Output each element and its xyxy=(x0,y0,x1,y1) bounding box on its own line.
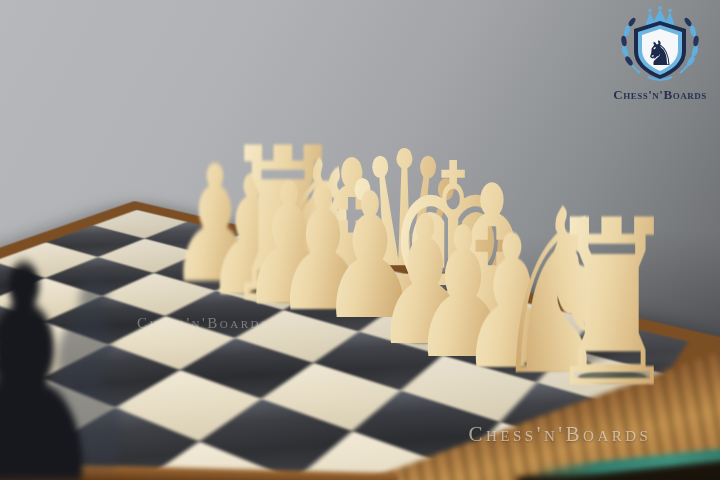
knight-icon: ♞ xyxy=(645,33,675,73)
product-photo-scene: ♜♞♝♛♚♝♞♜♟♟♟♟♟♟♟♟♟♟ Chess'n'Boards Chess'… xyxy=(0,0,720,480)
brand-name: Chess'n'Boards xyxy=(613,87,706,103)
brand-crest: ♞ xyxy=(610,6,710,86)
brand-logo: ♞ Chess'n'Boards xyxy=(600,6,720,103)
